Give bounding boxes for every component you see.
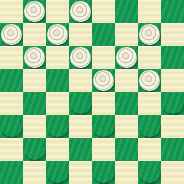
board-square-dark[interactable] (46, 23, 69, 46)
board-square-dark[interactable] (115, 138, 138, 161)
white-checker-piece[interactable] (24, 1, 45, 22)
board-square-light (23, 161, 46, 184)
board-square-light (138, 92, 161, 115)
board-square-dark[interactable] (0, 161, 23, 184)
red-checker-piece[interactable] (1, 116, 22, 137)
white-checker-piece[interactable] (70, 1, 91, 22)
board-square-light (92, 138, 115, 161)
board-square-dark[interactable] (23, 46, 46, 69)
board-square-light (46, 92, 69, 115)
red-checker-piece[interactable] (93, 116, 114, 137)
board-square-dark[interactable] (92, 115, 115, 138)
board-square-light (92, 92, 115, 115)
white-checker-piece[interactable] (24, 47, 45, 68)
board-square-light (0, 138, 23, 161)
board-square-dark[interactable] (69, 138, 92, 161)
board-square-dark[interactable] (0, 69, 23, 92)
board-square-light (0, 46, 23, 69)
red-checker-piece[interactable] (70, 93, 91, 114)
board-square-light (115, 69, 138, 92)
board-square-dark[interactable] (69, 92, 92, 115)
board-square-light (69, 115, 92, 138)
board-square-light (115, 115, 138, 138)
board-square-light (161, 69, 184, 92)
board-square-light (161, 161, 184, 184)
board-square-light (115, 23, 138, 46)
board-square-dark[interactable] (92, 69, 115, 92)
board-square-light (69, 23, 92, 46)
board-square-light (0, 92, 23, 115)
board-square-dark[interactable] (46, 115, 69, 138)
board-square-light (69, 161, 92, 184)
board-square-dark[interactable] (0, 23, 23, 46)
board-square-dark[interactable] (138, 69, 161, 92)
red-checker-piece[interactable] (24, 139, 45, 160)
board-square-light (23, 115, 46, 138)
red-checker-piece[interactable] (139, 116, 160, 137)
board-square-light (161, 23, 184, 46)
board-square-dark[interactable] (69, 46, 92, 69)
red-checker-piece[interactable] (93, 162, 114, 183)
board-square-light (115, 161, 138, 184)
board-square-light (138, 138, 161, 161)
board-square-dark[interactable] (138, 115, 161, 138)
white-checker-piece[interactable] (93, 70, 114, 91)
board-square-dark[interactable] (138, 161, 161, 184)
board-square-dark[interactable] (92, 161, 115, 184)
white-checker-piece[interactable] (139, 24, 160, 45)
red-checker-piece[interactable] (162, 93, 183, 114)
board-square-dark[interactable] (161, 92, 184, 115)
board-square-dark[interactable] (46, 161, 69, 184)
white-checker-piece[interactable] (116, 47, 137, 68)
board-square-dark[interactable] (115, 0, 138, 23)
board-square-light (23, 69, 46, 92)
white-checker-piece[interactable] (47, 24, 68, 45)
white-checker-piece[interactable] (139, 70, 160, 91)
board-square-dark[interactable] (46, 69, 69, 92)
board-square-light (0, 0, 23, 23)
checkers-board (0, 0, 184, 184)
board-square-dark[interactable] (161, 46, 184, 69)
red-checker-piece[interactable] (47, 116, 68, 137)
board-square-dark[interactable] (23, 0, 46, 23)
board-square-dark[interactable] (161, 0, 184, 23)
board-square-dark[interactable] (69, 0, 92, 23)
board-square-dark[interactable] (115, 46, 138, 69)
board-square-dark[interactable] (161, 138, 184, 161)
board-square-dark[interactable] (23, 92, 46, 115)
red-checker-piece[interactable] (47, 162, 68, 183)
red-checker-piece[interactable] (139, 162, 160, 183)
board-square-light (138, 46, 161, 69)
board-square-dark[interactable] (23, 138, 46, 161)
board-square-light (46, 46, 69, 69)
board-square-light (69, 69, 92, 92)
board-square-dark[interactable] (0, 115, 23, 138)
board-square-light (138, 0, 161, 23)
board-square-dark[interactable] (92, 23, 115, 46)
white-checker-piece[interactable] (1, 24, 22, 45)
white-checker-piece[interactable] (70, 47, 91, 68)
board-square-light (46, 138, 69, 161)
board-square-dark[interactable] (138, 23, 161, 46)
board-square-light (92, 0, 115, 23)
board-square-light (92, 46, 115, 69)
board-square-light (161, 115, 184, 138)
board-square-light (46, 0, 69, 23)
board-square-dark[interactable] (115, 92, 138, 115)
board-square-light (23, 23, 46, 46)
